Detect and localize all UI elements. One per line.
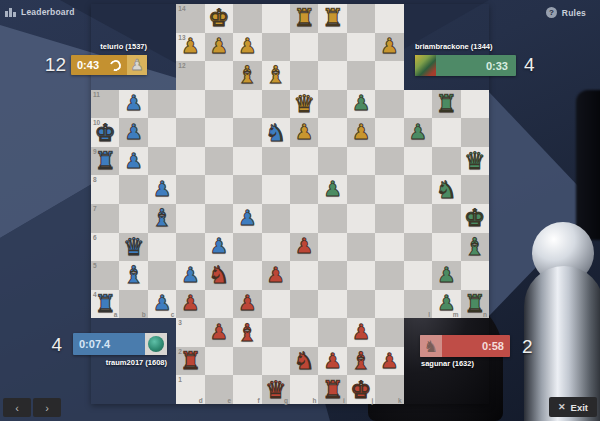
piece-red-rook[interactable]: ♜	[176, 347, 204, 376]
move-prev-button[interactable]: ‹	[3, 398, 31, 417]
board-square[interactable]	[375, 90, 403, 119]
board-square[interactable]	[148, 233, 176, 262]
board-square[interactable]: k	[375, 375, 403, 404]
board-square[interactable]: ♝	[233, 318, 261, 347]
board-square[interactable]: ♞	[432, 175, 460, 204]
board-void	[119, 4, 147, 33]
piece-red-bishop[interactable]: ♝	[233, 318, 261, 347]
board-square[interactable]	[318, 61, 346, 90]
player-name-blue: traum2017 (1608)	[47, 358, 167, 367]
piece-green-pawn[interactable]: ♟	[404, 118, 432, 147]
player-score-blue: 4	[22, 334, 62, 356]
piece-blue-pawn[interactable]: ♟	[233, 204, 261, 233]
exit-button[interactable]: ✕ Exit	[549, 397, 597, 417]
avatar-blue	[145, 333, 167, 355]
piece-blue-bishop[interactable]: ♝	[148, 204, 176, 233]
board-square[interactable]	[375, 204, 403, 233]
piece-green-bishop[interactable]: ♝	[461, 233, 489, 262]
piece-red-pawn[interactable]: ♟	[375, 347, 403, 376]
board-square[interactable]: ♟	[176, 290, 204, 319]
board-square[interactable]	[318, 233, 346, 262]
player-name-green: briambrackone (1344)	[415, 42, 493, 51]
player-score-red: 2	[522, 336, 533, 358]
clock-yellow: 0:43 ♟	[71, 55, 147, 75]
piece-red-pawn[interactable]: ♟	[176, 290, 204, 319]
file-label: k	[398, 397, 402, 404]
piece-yellow-queen[interactable]: ♛	[290, 90, 318, 119]
piece-blue-pawn[interactable]: ♟	[205, 233, 233, 262]
board-square[interactable]: l	[404, 290, 432, 319]
game-screen: Leaderboard ? Rules 14♚♜♜13♟♟♟♟12♝♝11♟♛♟…	[0, 0, 600, 421]
board-square[interactable]	[233, 118, 261, 147]
board-square[interactable]: e	[205, 375, 233, 404]
board-square[interactable]: ♟	[375, 33, 403, 62]
piece-red-knight[interactable]: ♞	[205, 261, 233, 290]
board-square[interactable]: n♜	[461, 290, 489, 319]
board-square[interactable]	[375, 290, 403, 319]
board-square[interactable]: ♟	[318, 347, 346, 376]
board-square[interactable]: ♟	[404, 118, 432, 147]
file-label: e	[228, 397, 232, 404]
rules-button[interactable]: ? Rules	[546, 7, 586, 18]
board-square[interactable]: ♟	[119, 147, 147, 176]
board-void	[404, 4, 432, 33]
board-square[interactable]	[262, 204, 290, 233]
rank-label: 6	[93, 234, 97, 241]
board-square[interactable]	[176, 118, 204, 147]
board-square[interactable]: 7	[91, 204, 119, 233]
board-square[interactable]	[318, 33, 346, 62]
rank-label: 5	[93, 262, 97, 269]
board-square[interactable]	[461, 90, 489, 119]
clock-green: 0:33	[415, 55, 516, 76]
question-icon: ?	[546, 7, 557, 18]
clock-time-blue: 0:07.4	[73, 338, 110, 350]
avatar-yellow: ♟	[127, 55, 147, 75]
avatar-red: ♞	[420, 335, 442, 357]
board-square[interactable]	[375, 261, 403, 290]
board-square[interactable]: ♟	[233, 290, 261, 319]
board-square[interactable]: ♟	[119, 90, 147, 119]
board-square[interactable]	[290, 318, 318, 347]
board-square[interactable]	[233, 347, 261, 376]
board-square[interactable]	[290, 33, 318, 62]
board-square[interactable]: j♚	[347, 375, 375, 404]
rank-label: 3	[178, 319, 182, 326]
board-square[interactable]: ♟	[176, 261, 204, 290]
piece-yellow-pawn[interactable]: ♟	[176, 33, 204, 62]
piece-green-pawn[interactable]: ♟	[432, 261, 460, 290]
board-square[interactable]	[262, 233, 290, 262]
clock-time-yellow: 0:43	[71, 59, 99, 71]
board-square[interactable]	[375, 61, 403, 90]
board-square[interactable]	[233, 90, 261, 119]
board-square[interactable]	[461, 261, 489, 290]
board-square[interactable]	[290, 261, 318, 290]
board-square[interactable]	[176, 204, 204, 233]
piece-red-pawn[interactable]: ♟	[347, 318, 375, 347]
leaderboard-label: Leaderboard	[21, 7, 75, 17]
board-square[interactable]	[347, 147, 375, 176]
board-square[interactable]	[262, 290, 290, 319]
board-square[interactable]	[461, 118, 489, 147]
piece-yellow-pawn[interactable]: ♟	[375, 33, 403, 62]
board-square[interactable]	[148, 90, 176, 119]
board-square[interactable]: c♟	[148, 290, 176, 319]
board-square[interactable]: ♟	[290, 118, 318, 147]
piece-yellow-pawn[interactable]: ♟	[233, 33, 261, 62]
board-square[interactable]: ♞	[262, 118, 290, 147]
file-label: h	[312, 397, 316, 404]
board-square[interactable]: 3	[176, 318, 204, 347]
board-square[interactable]	[262, 90, 290, 119]
leaderboard-button[interactable]: Leaderboard	[5, 7, 75, 17]
board-square[interactable]: 8	[91, 175, 119, 204]
piece-yellow-king[interactable]: ♚	[205, 4, 233, 33]
file-label: l	[428, 311, 430, 318]
board-void	[432, 375, 460, 404]
rank-label: 1	[178, 376, 182, 383]
board-square[interactable]: 10♚	[91, 118, 119, 147]
board-square[interactable]	[347, 4, 375, 33]
board-void	[461, 4, 489, 33]
piece-red-pawn[interactable]: ♟	[318, 347, 346, 376]
board-square[interactable]	[262, 318, 290, 347]
board-square[interactable]: ♚	[205, 4, 233, 33]
piece-red-queen[interactable]: ♛	[262, 375, 290, 404]
board-square[interactable]	[318, 261, 346, 290]
board-square[interactable]	[148, 147, 176, 176]
board-void	[461, 375, 489, 404]
board-square[interactable]: ♝	[347, 347, 375, 376]
board-square[interactable]: 11	[91, 90, 119, 119]
board-square[interactable]: ♟	[290, 233, 318, 262]
piece-red-rook[interactable]: ♜	[318, 375, 346, 404]
file-label: b	[142, 311, 146, 318]
board-square[interactable]: 5	[91, 261, 119, 290]
board-square[interactable]	[262, 33, 290, 62]
rank-label: 7	[93, 205, 97, 212]
board-square[interactable]	[290, 175, 318, 204]
piece-green-rook[interactable]: ♜	[432, 90, 460, 119]
board-square[interactable]	[318, 290, 346, 319]
board-square[interactable]	[318, 204, 346, 233]
board-square[interactable]: 4a♜	[91, 290, 119, 319]
board-square[interactable]: ♜	[432, 90, 460, 119]
piece-green-knight[interactable]: ♞	[432, 175, 460, 204]
file-label: d	[199, 397, 203, 404]
player-score-yellow: 12	[26, 54, 66, 76]
piece-blue-knight[interactable]: ♞	[262, 118, 290, 147]
rank-label: 8	[93, 176, 97, 183]
piece-red-knight[interactable]: ♞	[290, 347, 318, 376]
board-square[interactable]	[233, 175, 261, 204]
rules-label: Rules	[562, 8, 586, 18]
clock-time-green: 0:33	[486, 60, 516, 72]
board-square[interactable]: ♝	[233, 61, 261, 90]
piece-yellow-rook[interactable]: ♜	[318, 4, 346, 33]
piece-yellow-pawn[interactable]: ♟	[290, 118, 318, 147]
board-square[interactable]: ♟	[347, 318, 375, 347]
board-square[interactable]	[148, 118, 176, 147]
board-square[interactable]	[205, 175, 233, 204]
board-square[interactable]	[262, 175, 290, 204]
piece-green-pawn[interactable]: ♟	[347, 90, 375, 119]
piece-green-king[interactable]: ♚	[461, 204, 489, 233]
rank-label: 11	[93, 91, 100, 98]
board-void	[148, 375, 176, 404]
file-label: f	[257, 397, 259, 404]
board-square[interactable]	[347, 261, 375, 290]
leaderboard-icon	[5, 8, 16, 17]
piece-blue-pawn[interactable]: ♟	[119, 147, 147, 176]
board-square[interactable]: 2♜	[176, 347, 204, 376]
player-name-yellow: telurio (1537)	[27, 42, 147, 51]
board-square[interactable]	[375, 4, 403, 33]
board-square[interactable]	[404, 175, 432, 204]
board-square[interactable]	[205, 118, 233, 147]
close-icon: ✕	[558, 402, 566, 412]
board-square[interactable]	[375, 233, 403, 262]
board-square[interactable]: 14	[176, 4, 204, 33]
board-square[interactable]: ♞	[290, 347, 318, 376]
board-square[interactable]: ♛	[119, 233, 147, 262]
board-square[interactable]: ♟	[119, 118, 147, 147]
board-square[interactable]	[205, 204, 233, 233]
player-score-green: 4	[524, 54, 535, 76]
rank-label: 14	[178, 5, 185, 12]
board-square[interactable]	[318, 90, 346, 119]
board-square[interactable]	[205, 290, 233, 319]
board-square[interactable]	[205, 90, 233, 119]
piece-red-pawn[interactable]: ♟	[233, 290, 261, 319]
board-square[interactable]	[290, 147, 318, 176]
piece-green-rook[interactable]: ♜	[461, 290, 489, 319]
board-square[interactable]: h	[290, 375, 318, 404]
board-square[interactable]: ♝	[461, 233, 489, 262]
board-square[interactable]: ♚	[461, 204, 489, 233]
piece-blue-pawn[interactable]: ♟	[119, 90, 147, 119]
piece-yellow-pawn[interactable]: ♟	[347, 118, 375, 147]
board-square[interactable]	[262, 347, 290, 376]
board-square[interactable]	[404, 204, 432, 233]
board-square[interactable]: m♟	[432, 290, 460, 319]
move-next-button[interactable]: ›	[33, 398, 61, 417]
board-square[interactable]: ♜	[318, 4, 346, 33]
piece-blue-pawn[interactable]: ♟	[148, 290, 176, 319]
board-square[interactable]	[375, 118, 403, 147]
board-square[interactable]	[290, 290, 318, 319]
piece-blue-queen[interactable]: ♛	[119, 233, 147, 262]
piece-red-king[interactable]: ♚	[347, 375, 375, 404]
board-square[interactable]	[233, 261, 261, 290]
board-square[interactable]: 9♜	[91, 147, 119, 176]
clock-time-red: 0:58	[482, 340, 510, 352]
piece-green-queen[interactable]: ♛	[461, 147, 489, 176]
board-void	[432, 4, 460, 33]
board-square[interactable]	[347, 204, 375, 233]
piece-green-pawn[interactable]: ♟	[318, 175, 346, 204]
board-square[interactable]	[404, 90, 432, 119]
piece-blue-bishop[interactable]: ♝	[119, 261, 147, 290]
board-square[interactable]	[233, 233, 261, 262]
board-square[interactable]	[290, 204, 318, 233]
piece-blue-pawn[interactable]: ♟	[148, 175, 176, 204]
board-square[interactable]	[432, 233, 460, 262]
board-square[interactable]	[119, 204, 147, 233]
board-square[interactable]	[148, 261, 176, 290]
clock-red: ♞ 0:58	[420, 335, 510, 357]
board-square[interactable]	[404, 261, 432, 290]
board-square[interactable]	[176, 147, 204, 176]
exit-label: Exit	[571, 402, 588, 413]
board-square[interactable]: ♟	[148, 175, 176, 204]
turn-spinner-icon	[108, 58, 123, 73]
board-square[interactable]	[176, 233, 204, 262]
board-square[interactable]: 1d	[176, 375, 204, 404]
board-square[interactable]: ♝	[148, 204, 176, 233]
board-square[interactable]	[347, 175, 375, 204]
board-square[interactable]	[262, 147, 290, 176]
board-square[interactable]	[461, 175, 489, 204]
piece-green-pawn[interactable]: ♟	[432, 290, 460, 319]
piece-blue-rook[interactable]: ♜	[91, 290, 119, 319]
board-square[interactable]	[119, 175, 147, 204]
board-void	[91, 375, 119, 404]
board-square[interactable]	[347, 233, 375, 262]
board-square[interactable]	[318, 147, 346, 176]
board-square[interactable]	[404, 147, 432, 176]
board-square[interactable]	[347, 33, 375, 62]
board-square[interactable]: ♜	[290, 4, 318, 33]
rank-label: 12	[178, 62, 185, 69]
board-square[interactable]: ♟	[375, 347, 403, 376]
board-square[interactable]: 13♟	[176, 33, 204, 62]
board-square[interactable]: i♜	[318, 375, 346, 404]
board-square[interactable]	[318, 118, 346, 147]
board-square[interactable]	[375, 147, 403, 176]
board-square[interactable]: ♟	[205, 33, 233, 62]
board-square[interactable]: ♟	[205, 318, 233, 347]
board-void	[404, 375, 432, 404]
board-square[interactable]	[290, 61, 318, 90]
board-square[interactable]	[404, 233, 432, 262]
piece-blue-rook[interactable]: ♜	[91, 147, 119, 176]
board-square[interactable]: ♛	[461, 147, 489, 176]
board-square[interactable]	[176, 175, 204, 204]
piece-red-pawn[interactable]: ♟	[290, 233, 318, 262]
board-square[interactable]	[205, 61, 233, 90]
board-square[interactable]	[347, 290, 375, 319]
board-square[interactable]	[375, 318, 403, 347]
clock-blue: 0:07.4	[73, 333, 167, 355]
board-void	[148, 4, 176, 33]
giant-black-piece-photo	[576, 90, 600, 240]
board-square[interactable]: ♝	[262, 61, 290, 90]
piece-red-pawn[interactable]: ♟	[205, 318, 233, 347]
board-square[interactable]	[347, 61, 375, 90]
board-void	[148, 61, 176, 90]
board-square[interactable]	[262, 4, 290, 33]
board-square[interactable]: ♟	[262, 261, 290, 290]
board-square[interactable]: b	[119, 290, 147, 319]
board-square[interactable]: ♛	[290, 90, 318, 119]
board-square[interactable]	[205, 347, 233, 376]
piece-red-pawn[interactable]: ♟	[262, 261, 290, 290]
board-square[interactable]	[432, 147, 460, 176]
piece-blue-king[interactable]: ♚	[91, 118, 119, 147]
piece-yellow-pawn[interactable]: ♟	[205, 33, 233, 62]
board-square[interactable]: 6	[91, 233, 119, 262]
board-square[interactable]	[233, 147, 261, 176]
board-square[interactable]	[432, 204, 460, 233]
board-square[interactable]	[233, 4, 261, 33]
piece-yellow-bishop[interactable]: ♝	[233, 61, 261, 90]
board-square[interactable]: ♝	[119, 261, 147, 290]
board-square[interactable]	[318, 318, 346, 347]
board-square[interactable]: g♛	[262, 375, 290, 404]
piece-red-bishop[interactable]: ♝	[347, 347, 375, 376]
board-void	[119, 375, 147, 404]
board-square[interactable]: ♟	[432, 261, 460, 290]
board-square[interactable]: ♟	[347, 118, 375, 147]
board-square[interactable]: ♞	[205, 261, 233, 290]
board-square[interactable]	[176, 90, 204, 119]
board-square[interactable]: ♟	[233, 33, 261, 62]
board-square[interactable]: ♟	[347, 90, 375, 119]
board-square[interactable]	[375, 175, 403, 204]
board-square[interactable]: f	[233, 375, 261, 404]
board-square[interactable]: ♟	[318, 175, 346, 204]
board-square[interactable]	[432, 118, 460, 147]
player-name-red: sagunar (1632)	[421, 359, 474, 368]
avatar-green	[415, 55, 436, 76]
piece-blue-pawn[interactable]: ♟	[119, 118, 147, 147]
piece-yellow-bishop[interactable]: ♝	[262, 61, 290, 90]
board-square[interactable]: 12	[176, 61, 204, 90]
board-square[interactable]: ♟	[233, 204, 261, 233]
board-square[interactable]: ♟	[205, 233, 233, 262]
board-void	[148, 33, 176, 62]
board-void	[91, 4, 119, 33]
piece-yellow-rook[interactable]: ♜	[290, 4, 318, 33]
piece-blue-pawn[interactable]: ♟	[176, 261, 204, 290]
board-square[interactable]	[205, 147, 233, 176]
